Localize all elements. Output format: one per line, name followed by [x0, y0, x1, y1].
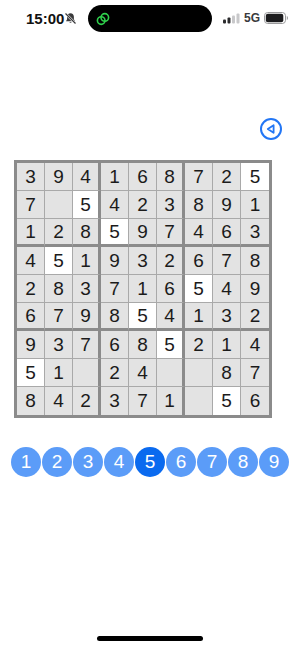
- cell-r2c2[interactable]: [45, 191, 73, 219]
- cell-r8c1[interactable]: 5: [17, 359, 45, 387]
- cell-r1c2[interactable]: 9: [45, 163, 73, 191]
- clock-text: 15:00: [26, 10, 64, 27]
- cell-r8c5[interactable]: 4: [129, 359, 157, 387]
- cell-r2c3[interactable]: 5: [73, 191, 101, 219]
- cell-r9c1[interactable]: 8: [17, 387, 45, 415]
- cell-r1c1[interactable]: 3: [17, 163, 45, 191]
- cell-r3c8[interactable]: 6: [213, 219, 241, 247]
- cell-r3c1[interactable]: 1: [17, 219, 45, 247]
- cell-r7c4[interactable]: 6: [101, 331, 129, 359]
- cell-r7c8[interactable]: 1: [213, 331, 241, 359]
- cell-r5c1[interactable]: 2: [17, 275, 45, 303]
- numpad-button-6[interactable]: 6: [166, 447, 196, 477]
- cell-r8c9[interactable]: 7: [241, 359, 269, 387]
- cell-r9c4[interactable]: 3: [101, 387, 129, 415]
- signal-strength-icon: [223, 13, 240, 24]
- cell-r4c1[interactable]: 4: [17, 247, 45, 275]
- dynamic-island: [88, 5, 212, 32]
- cell-r7c1[interactable]: 9: [17, 331, 45, 359]
- cell-r9c8[interactable]: 5: [213, 387, 241, 415]
- cell-r2c7[interactable]: 8: [185, 191, 213, 219]
- cell-r8c2[interactable]: 1: [45, 359, 73, 387]
- cell-r5c6[interactable]: 6: [157, 275, 185, 303]
- cell-r2c1[interactable]: 7: [17, 191, 45, 219]
- cell-r4c2[interactable]: 5: [45, 247, 73, 275]
- cell-r1c5[interactable]: 6: [129, 163, 157, 191]
- cell-r3c4[interactable]: 5: [101, 219, 129, 247]
- cell-r7c7[interactable]: 2: [185, 331, 213, 359]
- status-right-icons: 5G: [223, 11, 289, 25]
- cell-r7c2[interactable]: 3: [45, 331, 73, 359]
- cell-r8c6[interactable]: [157, 359, 185, 387]
- cell-r8c8[interactable]: 8: [213, 359, 241, 387]
- cell-r3c2[interactable]: 2: [45, 219, 73, 247]
- cell-r4c9[interactable]: 8: [241, 247, 269, 275]
- cell-r6c7[interactable]: 1: [185, 303, 213, 331]
- cell-r7c3[interactable]: 7: [73, 331, 101, 359]
- numpad-button-4[interactable]: 4: [104, 447, 134, 477]
- cell-r6c1[interactable]: 6: [17, 303, 45, 331]
- numpad-button-7[interactable]: 7: [197, 447, 227, 477]
- cell-r6c8[interactable]: 3: [213, 303, 241, 331]
- cell-r6c9[interactable]: 2: [241, 303, 269, 331]
- sudoku-app-screen: 15:00: [0, 0, 300, 650]
- numpad-button-9[interactable]: 9: [259, 447, 289, 477]
- home-indicator[interactable]: [97, 636, 203, 641]
- network-type-label: 5G: [244, 11, 260, 25]
- numpad-button-1[interactable]: 1: [11, 447, 41, 477]
- cell-r4c6[interactable]: 2: [157, 247, 185, 275]
- numpad-button-2[interactable]: 2: [42, 447, 72, 477]
- cell-r1c9[interactable]: 5: [241, 163, 269, 191]
- cell-r4c8[interactable]: 7: [213, 247, 241, 275]
- cell-r3c5[interactable]: 9: [129, 219, 157, 247]
- cell-r3c7[interactable]: 4: [185, 219, 213, 247]
- cell-r4c4[interactable]: 9: [101, 247, 129, 275]
- cell-r6c3[interactable]: 9: [73, 303, 101, 331]
- cell-r8c7[interactable]: [185, 359, 213, 387]
- undo-button[interactable]: [259, 117, 283, 141]
- cell-r9c2[interactable]: 4: [45, 387, 73, 415]
- cell-r6c4[interactable]: 8: [101, 303, 129, 331]
- cell-r5c9[interactable]: 9: [241, 275, 269, 303]
- cell-r5c3[interactable]: 3: [73, 275, 101, 303]
- cell-r6c2[interactable]: 7: [45, 303, 73, 331]
- cell-r8c3[interactable]: [73, 359, 101, 387]
- cell-r2c9[interactable]: 1: [241, 191, 269, 219]
- cell-r5c4[interactable]: 7: [101, 275, 129, 303]
- cell-r4c7[interactable]: 6: [185, 247, 213, 275]
- cell-r7c5[interactable]: 8: [129, 331, 157, 359]
- cell-r9c5[interactable]: 7: [129, 387, 157, 415]
- cell-r2c8[interactable]: 9: [213, 191, 241, 219]
- cell-r5c5[interactable]: 1: [129, 275, 157, 303]
- cell-r6c6[interactable]: 4: [157, 303, 185, 331]
- cell-r3c9[interactable]: 3: [241, 219, 269, 247]
- cell-r1c3[interactable]: 4: [73, 163, 101, 191]
- cell-r3c3[interactable]: 8: [73, 219, 101, 247]
- cell-r1c8[interactable]: 2: [213, 163, 241, 191]
- cell-r1c7[interactable]: 7: [185, 163, 213, 191]
- cell-r3c6[interactable]: 7: [157, 219, 185, 247]
- number-pad: 123456789: [0, 447, 300, 477]
- bell-muted-icon: [64, 11, 77, 29]
- numpad-button-5[interactable]: 5: [135, 447, 165, 477]
- cell-r1c6[interactable]: 8: [157, 163, 185, 191]
- cell-r2c6[interactable]: 3: [157, 191, 185, 219]
- cell-r7c6[interactable]: 5: [157, 331, 185, 359]
- cell-r1c4[interactable]: 1: [101, 163, 129, 191]
- cell-r5c7[interactable]: 5: [185, 275, 213, 303]
- battery-icon: [264, 12, 289, 24]
- numpad-button-8[interactable]: 8: [228, 447, 258, 477]
- cell-r9c3[interactable]: 2: [73, 387, 101, 415]
- status-bar: 15:00: [0, 0, 300, 36]
- cell-r5c2[interactable]: 8: [45, 275, 73, 303]
- cell-r4c5[interactable]: 3: [129, 247, 157, 275]
- cell-r9c9[interactable]: 6: [241, 387, 269, 415]
- cell-r8c4[interactable]: 2: [101, 359, 129, 387]
- cell-r4c3[interactable]: 1: [73, 247, 101, 275]
- green-link-rings-icon: [95, 11, 111, 27]
- cell-r6c5[interactable]: 5: [129, 303, 157, 331]
- cell-r9c6[interactable]: 1: [157, 387, 185, 415]
- cell-r5c8[interactable]: 4: [213, 275, 241, 303]
- cell-r7c9[interactable]: 4: [241, 331, 269, 359]
- cell-r9c7[interactable]: [185, 387, 213, 415]
- sudoku-board: 3941687257542389112859746345193267828371…: [14, 160, 272, 418]
- cell-r2c5[interactable]: 2: [129, 191, 157, 219]
- numpad-button-3[interactable]: 3: [73, 447, 103, 477]
- cell-r2c4[interactable]: 4: [101, 191, 129, 219]
